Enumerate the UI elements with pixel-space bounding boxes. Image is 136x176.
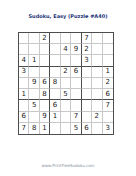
sudoku-cell-r7c7 [82, 100, 92, 111]
sudoku-cell-r4c9: 1 [103, 67, 113, 78]
sudoku-board: 2749241332619682185656769172781563 [18, 32, 114, 135]
sudoku-cell-r5c5 [61, 78, 71, 89]
sudoku-cell-r8c9 [103, 112, 113, 123]
sudoku-cell-r1c7: 7 [82, 33, 92, 44]
sudoku-cell-r7c5 [61, 100, 71, 111]
footer-watermark-url: www.PrintFreeSudoku.com [0, 163, 136, 168]
sudoku-cell-r9c1: 7 [19, 123, 29, 134]
sudoku-cell-r8c8: 2 [92, 112, 102, 123]
sudoku-cell-r1c2 [29, 33, 39, 44]
sudoku-cell-r6c8 [92, 89, 102, 100]
sudoku-cell-r8c7 [82, 112, 92, 123]
sudoku-cell-r4c6: 6 [71, 67, 81, 78]
sudoku-cell-r6c7 [82, 89, 92, 100]
sudoku-cell-r5c2: 9 [29, 78, 39, 89]
sudoku-cell-r6c9: 6 [103, 89, 113, 100]
sudoku-cell-r3c6 [71, 55, 81, 66]
sudoku-cell-r7c2: 5 [29, 100, 39, 111]
sudoku-cell-r3c2: 1 [29, 55, 39, 66]
sudoku-cell-r4c4 [50, 67, 60, 78]
sudoku-cell-r2c7: 2 [82, 44, 92, 55]
sudoku-cell-r3c8 [92, 55, 102, 66]
sudoku-cell-r5c3: 6 [40, 78, 50, 89]
sudoku-cell-r3c1: 4 [19, 55, 29, 66]
sudoku-cell-r5c1 [19, 78, 29, 89]
sudoku-cell-r5c9: 2 [103, 78, 113, 89]
sudoku-cell-r6c3: 8 [40, 89, 50, 100]
sudoku-cell-r7c3 [40, 100, 50, 111]
sudoku-cell-r9c8 [92, 123, 102, 134]
sudoku-cell-r8c3: 9 [40, 112, 50, 123]
sudoku-cell-r2c5: 4 [61, 44, 71, 55]
sudoku-cell-r4c1: 3 [19, 67, 29, 78]
sudoku-cell-r8c2 [29, 112, 39, 123]
sudoku-cell-r2c8 [92, 44, 102, 55]
sudoku-cell-r6c1: 1 [19, 89, 29, 100]
sudoku-cell-r9c4 [50, 123, 60, 134]
sudoku-cell-r9c7: 6 [82, 123, 92, 134]
sudoku-cell-r6c4 [50, 89, 60, 100]
sudoku-cell-r4c8 [92, 67, 102, 78]
sudoku-cell-r9c5 [61, 123, 71, 134]
sudoku-cell-r4c5: 2 [61, 67, 71, 78]
sudoku-cell-r7c6 [71, 100, 81, 111]
sudoku-cell-r5c7 [82, 78, 92, 89]
sudoku-cell-r8c1: 6 [19, 112, 29, 123]
sudoku-cell-r9c6: 5 [71, 123, 81, 134]
sudoku-cell-r4c3 [40, 67, 50, 78]
sudoku-cell-r1c9 [103, 33, 113, 44]
sudoku-cell-r3c7: 3 [82, 55, 92, 66]
page-title: Sudoku, Easy (Puzzle #A40) [0, 12, 136, 20]
sudoku-cell-r1c1 [19, 33, 29, 44]
sudoku-cell-r1c3: 2 [40, 33, 50, 44]
sudoku-cell-r8c5 [61, 112, 71, 123]
sudoku-cell-r7c8 [92, 100, 102, 111]
sudoku-cell-r8c6: 7 [71, 112, 81, 123]
sudoku-cell-r8c4: 1 [50, 112, 60, 123]
sudoku-cell-r2c4 [50, 44, 60, 55]
sudoku-cell-r6c5: 5 [61, 89, 71, 100]
sudoku-cell-r9c3: 1 [40, 123, 50, 134]
sudoku-printable-page: { "game": "sudoku", "title": "Sudoku, Ea… [0, 0, 136, 176]
sudoku-cell-r2c1 [19, 44, 29, 55]
sudoku-cell-r5c6 [71, 78, 81, 89]
sudoku-cell-r4c2 [29, 67, 39, 78]
sudoku-cell-r7c1 [19, 100, 29, 111]
sudoku-cell-r3c3 [40, 55, 50, 66]
sudoku-cell-r5c8 [92, 78, 102, 89]
sudoku-cell-r3c4 [50, 55, 60, 66]
sudoku-cell-r2c2 [29, 44, 39, 55]
sudoku-cell-r3c5 [61, 55, 71, 66]
sudoku-cell-r1c5 [61, 33, 71, 44]
sudoku-cell-r7c9: 7 [103, 100, 113, 111]
sudoku-cell-r6c6 [71, 89, 81, 100]
sudoku-cell-r6c2 [29, 89, 39, 100]
sudoku-cell-r9c2: 8 [29, 123, 39, 134]
sudoku-cell-r1c4 [50, 33, 60, 44]
sudoku-cell-r1c8 [92, 33, 102, 44]
sudoku-cell-r5c4: 8 [50, 78, 60, 89]
sudoku-cell-r3c9 [103, 55, 113, 66]
sudoku-cell-r4c7 [82, 67, 92, 78]
sudoku-cell-r1c6 [71, 33, 81, 44]
sudoku-cell-r2c3 [40, 44, 50, 55]
sudoku-cell-r7c4: 6 [50, 100, 60, 111]
sudoku-cell-r9c9: 3 [103, 123, 113, 134]
sudoku-cell-r2c9 [103, 44, 113, 55]
sudoku-cell-r2c6: 9 [71, 44, 81, 55]
